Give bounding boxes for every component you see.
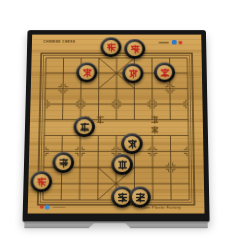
piece-black-horse[interactable] [121, 133, 143, 154]
piece-black-soldier[interactable] [73, 116, 95, 137]
folding-case: CHINESE CHESS Yaxin Plastic Factory [22, 30, 209, 222]
footer-logo-blue-icon [45, 204, 50, 209]
product-photo-scene: CHINESE CHESS Yaxin Plastic Factory [0, 0, 250, 250]
piece-red-horse[interactable] [76, 62, 97, 82]
river-char-3 [150, 121, 159, 138]
maker-text: Yaxin Plastic Factory [140, 206, 181, 210]
piece-red-general[interactable] [124, 39, 145, 59]
xiangqi-board[interactable]: CHINESE CHESS Yaxin Plastic Factory [28, 35, 205, 214]
piece-red-cannon[interactable] [154, 62, 175, 82]
piece-face [114, 157, 130, 172]
case-bottom-edge [24, 221, 207, 228]
brand-logo-blue-icon [172, 40, 177, 44]
piece-face [79, 65, 95, 80]
piece-red-elephant[interactable] [122, 63, 143, 83]
piece-face [124, 136, 140, 151]
piece-face [114, 189, 130, 204]
piece-face [157, 65, 172, 80]
board-brand-text: CHINESE CHESS [43, 40, 75, 44]
piece-face [55, 155, 71, 170]
piece-red-advisor[interactable] [100, 37, 121, 57]
piece-black-advisor[interactable] [129, 186, 151, 207]
piece-face [76, 119, 92, 134]
footer-fineprint [53, 206, 66, 207]
brand-logo-red-icon [179, 40, 183, 44]
piece-face [127, 42, 142, 56]
piece-face [125, 66, 140, 81]
piece-face [132, 189, 148, 204]
piece-face [33, 174, 49, 189]
piece-face [103, 40, 118, 54]
river-char-1 [96, 111, 105, 128]
piece-black-cannon[interactable] [111, 154, 133, 175]
header-fineprint [159, 42, 169, 43]
board-perspective-wrapper: CHINESE CHESS Yaxin Plastic Factory [3, 18, 247, 248]
